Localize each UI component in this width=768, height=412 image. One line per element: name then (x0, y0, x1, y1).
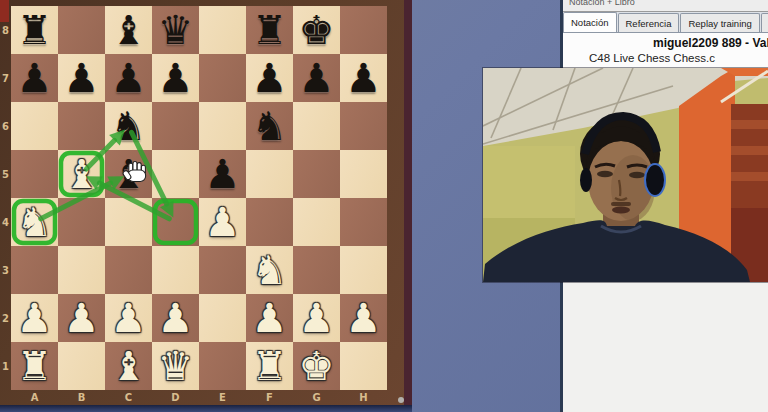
rank-label-2: 2 (0, 313, 11, 324)
square-h8[interactable] (340, 6, 387, 54)
panel-title: Notación + Libro (569, 0, 768, 7)
square-c4[interactable] (105, 198, 152, 246)
piece-black-n[interactable]: ♞ (111, 106, 147, 146)
square-b5[interactable]: ♝ (58, 150, 105, 198)
square-g7[interactable]: ♟ (293, 54, 340, 102)
file-label-G: G (293, 392, 340, 403)
square-a8[interactable]: ♜ (11, 6, 58, 54)
square-d2[interactable]: ♟ (152, 294, 199, 342)
piece-black-p[interactable]: ♟ (205, 154, 241, 194)
square-h3[interactable] (340, 246, 387, 294)
square-a7[interactable]: ♟ (11, 54, 58, 102)
piece-white-b[interactable]: ♝ (64, 154, 100, 194)
square-d6[interactable] (152, 102, 199, 150)
tab-plan-e[interactable]: Plan E (761, 13, 768, 32)
square-h6[interactable] (340, 102, 387, 150)
piece-black-r[interactable]: ♜ (252, 10, 288, 50)
square-f1[interactable]: ♜ (246, 342, 293, 390)
square-e3[interactable] (199, 246, 246, 294)
square-e8[interactable] (199, 6, 246, 54)
piece-white-b[interactable]: ♝ (111, 346, 147, 386)
piece-white-n[interactable]: ♞ (252, 250, 288, 290)
file-label-B: B (58, 392, 105, 403)
square-g2[interactable]: ♟ (293, 294, 340, 342)
square-a3[interactable] (11, 246, 58, 294)
square-e6[interactable] (199, 102, 246, 150)
square-d7[interactable]: ♟ (152, 54, 199, 102)
square-a6[interactable] (11, 102, 58, 150)
piece-black-p[interactable]: ♟ (64, 58, 100, 98)
piece-black-p[interactable]: ♟ (111, 58, 147, 98)
file-label-A: A (11, 392, 58, 403)
square-b3[interactable] (58, 246, 105, 294)
square-e5[interactable]: ♟ (199, 150, 246, 198)
window-bottom-edge (0, 405, 412, 412)
resize-dot (398, 397, 404, 403)
headphone-cup-left (580, 168, 592, 192)
chess-board-pane: ♜♝♛♜♚♟♟♟♟♟♟♟♞♞♝♝♟♞♟♞♟♟♟♟♟♟♟♜♝♛♜♚ 8765432… (0, 0, 412, 405)
rank-label-4: 4 (0, 217, 11, 228)
piece-white-p[interactable]: ♟ (64, 298, 100, 338)
notation-header: miguel2209 889 - Val C48 Live Chess Ches… (563, 33, 768, 69)
board-squares: ♜♝♛♜♚♟♟♟♟♟♟♟♞♞♝♝♟♞♟♞♟♟♟♟♟♟♟♜♝♛♜♚ (11, 6, 387, 390)
rank-label-3: 3 (0, 265, 11, 276)
square-c1[interactable]: ♝ (105, 342, 152, 390)
square-a1[interactable]: ♜ (11, 342, 58, 390)
square-f4[interactable] (246, 198, 293, 246)
file-label-H: H (340, 392, 387, 403)
square-h4[interactable] (340, 198, 387, 246)
square-f5[interactable] (246, 150, 293, 198)
square-a5[interactable] (11, 150, 58, 198)
headphone-cup-right (645, 164, 665, 196)
tab-replay-training[interactable]: Replay training (680, 13, 759, 32)
rank-label-5: 5 (0, 169, 11, 180)
piece-black-b[interactable]: ♝ (111, 154, 147, 194)
presenter-eye-left (597, 171, 613, 177)
piece-white-p[interactable]: ♟ (17, 298, 53, 338)
chessbase-live-lesson-screen: ♜♝♛♜♚♟♟♟♟♟♟♟♞♞♝♝♟♞♟♞♟♟♟♟♟♟♟♜♝♛♜♚ 8765432… (0, 0, 768, 412)
file-label-F: F (246, 392, 293, 403)
piece-white-n[interactable]: ♞ (17, 202, 53, 242)
square-h5[interactable] (340, 150, 387, 198)
board-frame-edge (404, 0, 412, 405)
piece-white-r[interactable]: ♜ (17, 346, 53, 386)
square-c6[interactable]: ♞ (105, 102, 152, 150)
square-b6[interactable] (58, 102, 105, 150)
game-opening: C48 Live Chess Chess.c (589, 52, 715, 64)
piece-white-k[interactable]: ♚ (299, 346, 335, 386)
square-c8[interactable]: ♝ (105, 6, 152, 54)
presenter-mustache (611, 202, 631, 206)
piece-white-p[interactable]: ♟ (111, 298, 147, 338)
piece-black-p[interactable]: ♟ (17, 58, 53, 98)
presenter-mouth (612, 207, 630, 214)
square-d8[interactable]: ♛ (152, 6, 199, 54)
square-f2[interactable]: ♟ (246, 294, 293, 342)
rank-label-6: 6 (0, 121, 11, 132)
presenter-webcam-video (483, 68, 768, 282)
piece-black-p[interactable]: ♟ (346, 58, 382, 98)
square-b7[interactable]: ♟ (58, 54, 105, 102)
square-a2[interactable]: ♟ (11, 294, 58, 342)
file-labels: ABCDEFGH (11, 391, 387, 405)
file-label-C: C (105, 392, 152, 403)
square-d3[interactable] (152, 246, 199, 294)
rank-label-1: 1 (0, 361, 11, 372)
square-e2[interactable] (199, 294, 246, 342)
square-c3[interactable] (105, 246, 152, 294)
piece-black-r[interactable]: ♜ (17, 10, 53, 50)
piece-white-p[interactable]: ♟ (158, 298, 194, 338)
panel-tabs: NotaciónReferenciaReplay trainingPlan E (563, 12, 768, 33)
square-g6[interactable] (293, 102, 340, 150)
square-f7[interactable]: ♟ (246, 54, 293, 102)
rank-label-8: 8 (0, 25, 11, 36)
piece-white-p[interactable]: ♟ (205, 202, 241, 242)
square-a4[interactable]: ♞ (11, 198, 58, 246)
square-g3[interactable] (293, 246, 340, 294)
piece-white-p[interactable]: ♟ (346, 298, 382, 338)
rank-label-7: 7 (0, 73, 11, 84)
tab-referencia[interactable]: Referencia (618, 13, 680, 32)
square-b2[interactable]: ♟ (58, 294, 105, 342)
presenter-eye-right (629, 172, 645, 178)
square-g5[interactable] (293, 150, 340, 198)
square-d4[interactable] (152, 198, 199, 246)
square-g1[interactable]: ♚ (293, 342, 340, 390)
piece-black-p[interactable]: ♟ (252, 58, 288, 98)
square-g4[interactable] (293, 198, 340, 246)
panel-title-bar: Notación + Libro (563, 0, 768, 12)
piece-black-p[interactable]: ♟ (158, 58, 194, 98)
square-d1[interactable]: ♛ (152, 342, 199, 390)
square-e7[interactable] (199, 54, 246, 102)
piece-black-p[interactable]: ♟ (299, 58, 335, 98)
square-g8[interactable]: ♚ (293, 6, 340, 54)
square-h1[interactable] (340, 342, 387, 390)
rank-labels: 87654321 (0, 6, 11, 390)
square-b1[interactable] (58, 342, 105, 390)
wood-panels (731, 104, 768, 282)
piece-black-n[interactable]: ♞ (252, 106, 288, 146)
piece-white-r[interactable]: ♜ (252, 346, 288, 386)
square-b8[interactable] (58, 6, 105, 54)
tab-notaci-n[interactable]: Notación (563, 12, 617, 32)
file-label-E: E (199, 392, 246, 403)
file-label-D: D (152, 392, 199, 403)
square-c5[interactable]: ♝ (105, 150, 152, 198)
piece-white-p[interactable]: ♟ (299, 298, 335, 338)
square-h7[interactable]: ♟ (340, 54, 387, 102)
piece-black-k[interactable]: ♚ (299, 10, 335, 50)
game-players: miguel2209 889 - Val (653, 36, 768, 50)
piece-black-b[interactable]: ♝ (111, 10, 147, 50)
piece-white-p[interactable]: ♟ (252, 298, 288, 338)
square-f6[interactable]: ♞ (246, 102, 293, 150)
piece-black-q[interactable]: ♛ (158, 10, 194, 50)
square-e4[interactable]: ♟ (199, 198, 246, 246)
square-e1[interactable] (199, 342, 246, 390)
piece-white-q[interactable]: ♛ (158, 346, 194, 386)
square-f8[interactable]: ♜ (246, 6, 293, 54)
square-f3[interactable]: ♞ (246, 246, 293, 294)
square-b4[interactable] (58, 198, 105, 246)
square-c2[interactable]: ♟ (105, 294, 152, 342)
square-d5[interactable] (152, 150, 199, 198)
square-h2[interactable]: ♟ (340, 294, 387, 342)
square-c7[interactable]: ♟ (105, 54, 152, 102)
